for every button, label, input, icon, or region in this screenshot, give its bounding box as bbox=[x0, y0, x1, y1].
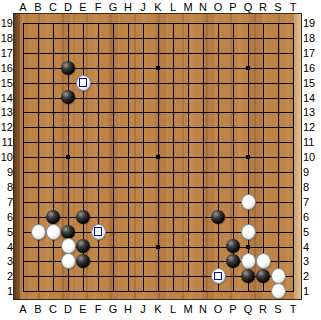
intersection-C4[interactable] bbox=[46, 239, 61, 254]
intersection-R10[interactable] bbox=[256, 150, 271, 165]
intersection-H4[interactable] bbox=[121, 239, 136, 254]
intersection-P5[interactable] bbox=[226, 224, 241, 239]
intersection-R5[interactable] bbox=[256, 224, 271, 239]
intersection-R16[interactable] bbox=[256, 60, 271, 75]
intersection-O3[interactable] bbox=[211, 254, 226, 269]
intersection-D10[interactable] bbox=[61, 150, 76, 165]
intersection-M16[interactable] bbox=[181, 60, 196, 75]
intersection-K18[interactable] bbox=[151, 30, 166, 45]
intersection-G18[interactable] bbox=[106, 30, 121, 45]
intersection-F17[interactable] bbox=[91, 45, 106, 60]
intersection-E6[interactable] bbox=[76, 209, 91, 224]
intersection-O6[interactable] bbox=[211, 209, 226, 224]
intersection-K6[interactable] bbox=[151, 209, 166, 224]
intersection-D11[interactable] bbox=[61, 135, 76, 150]
intersection-S7[interactable] bbox=[271, 194, 286, 209]
intersection-R17[interactable] bbox=[256, 45, 271, 60]
intersection-M18[interactable] bbox=[181, 30, 196, 45]
intersection-C9[interactable] bbox=[46, 165, 61, 180]
intersection-J5[interactable] bbox=[136, 224, 151, 239]
intersection-Q14[interactable] bbox=[241, 90, 256, 105]
intersection-Q16[interactable] bbox=[241, 60, 256, 75]
intersection-S10[interactable] bbox=[271, 150, 286, 165]
intersection-D4[interactable] bbox=[61, 239, 76, 254]
intersection-D1[interactable] bbox=[61, 284, 76, 299]
intersection-A16[interactable] bbox=[16, 60, 31, 75]
intersection-F18[interactable] bbox=[91, 30, 106, 45]
intersection-A2[interactable] bbox=[16, 269, 31, 284]
intersection-E19[interactable] bbox=[76, 16, 91, 31]
intersection-L7[interactable] bbox=[166, 194, 181, 209]
intersection-P8[interactable] bbox=[226, 179, 241, 194]
intersection-D9[interactable] bbox=[61, 165, 76, 180]
intersection-B12[interactable] bbox=[31, 120, 46, 135]
intersection-N3[interactable] bbox=[196, 254, 211, 269]
intersection-P14[interactable] bbox=[226, 90, 241, 105]
intersection-D15[interactable] bbox=[61, 75, 76, 90]
intersection-Q4[interactable] bbox=[241, 239, 256, 254]
intersection-S3[interactable] bbox=[271, 254, 286, 269]
intersection-F5[interactable] bbox=[91, 224, 106, 239]
intersection-L13[interactable] bbox=[166, 105, 181, 120]
intersection-N15[interactable] bbox=[196, 75, 211, 90]
intersection-A15[interactable] bbox=[16, 75, 31, 90]
intersection-T10[interactable] bbox=[286, 150, 301, 165]
intersection-J9[interactable] bbox=[136, 165, 151, 180]
intersection-E2[interactable] bbox=[76, 269, 91, 284]
intersection-F3[interactable] bbox=[91, 254, 106, 269]
intersection-S14[interactable] bbox=[271, 90, 286, 105]
intersection-R9[interactable] bbox=[256, 165, 271, 180]
intersection-R15[interactable] bbox=[256, 75, 271, 90]
intersection-B5[interactable] bbox=[31, 224, 46, 239]
intersection-R7[interactable] bbox=[256, 194, 271, 209]
intersection-J11[interactable] bbox=[136, 135, 151, 150]
intersection-T17[interactable] bbox=[286, 45, 301, 60]
intersection-O11[interactable] bbox=[211, 135, 226, 150]
intersection-N16[interactable] bbox=[196, 60, 211, 75]
intersection-J16[interactable] bbox=[136, 60, 151, 75]
intersection-S19[interactable] bbox=[271, 16, 286, 31]
intersection-J6[interactable] bbox=[136, 209, 151, 224]
intersection-R11[interactable] bbox=[256, 135, 271, 150]
intersection-N17[interactable] bbox=[196, 45, 211, 60]
intersection-D6[interactable] bbox=[61, 209, 76, 224]
intersection-C11[interactable] bbox=[46, 135, 61, 150]
intersection-P4[interactable] bbox=[226, 239, 241, 254]
intersection-S12[interactable] bbox=[271, 120, 286, 135]
intersection-J7[interactable] bbox=[136, 194, 151, 209]
intersection-K7[interactable] bbox=[151, 194, 166, 209]
intersection-M8[interactable] bbox=[181, 179, 196, 194]
intersection-C5[interactable] bbox=[46, 224, 61, 239]
intersection-C12[interactable] bbox=[46, 120, 61, 135]
intersection-G4[interactable] bbox=[106, 239, 121, 254]
intersection-S18[interactable] bbox=[271, 30, 286, 45]
intersection-B13[interactable] bbox=[31, 105, 46, 120]
intersection-M5[interactable] bbox=[181, 224, 196, 239]
intersection-D17[interactable] bbox=[61, 45, 76, 60]
intersection-H5[interactable] bbox=[121, 224, 136, 239]
intersection-P13[interactable] bbox=[226, 105, 241, 120]
intersection-S11[interactable] bbox=[271, 135, 286, 150]
intersection-B2[interactable] bbox=[31, 269, 46, 284]
intersection-E9[interactable] bbox=[76, 165, 91, 180]
intersection-L11[interactable] bbox=[166, 135, 181, 150]
intersection-E12[interactable] bbox=[76, 120, 91, 135]
intersection-T13[interactable] bbox=[286, 105, 301, 120]
intersection-G13[interactable] bbox=[106, 105, 121, 120]
intersection-N2[interactable] bbox=[196, 269, 211, 284]
intersection-L15[interactable] bbox=[166, 75, 181, 90]
intersection-D18[interactable] bbox=[61, 30, 76, 45]
intersection-Q17[interactable] bbox=[241, 45, 256, 60]
intersection-D2[interactable] bbox=[61, 269, 76, 284]
intersection-R3[interactable] bbox=[256, 254, 271, 269]
intersection-B19[interactable] bbox=[31, 16, 46, 31]
intersection-N19[interactable] bbox=[196, 16, 211, 31]
intersection-F14[interactable] bbox=[91, 90, 106, 105]
intersection-K14[interactable] bbox=[151, 90, 166, 105]
intersection-Q8[interactable] bbox=[241, 179, 256, 194]
intersection-K4[interactable] bbox=[151, 239, 166, 254]
intersection-R19[interactable] bbox=[256, 16, 271, 31]
intersection-R18[interactable] bbox=[256, 30, 271, 45]
intersection-O15[interactable] bbox=[211, 75, 226, 90]
intersection-J2[interactable] bbox=[136, 269, 151, 284]
intersection-M12[interactable] bbox=[181, 120, 196, 135]
intersection-G12[interactable] bbox=[106, 120, 121, 135]
intersection-M4[interactable] bbox=[181, 239, 196, 254]
intersection-O19[interactable] bbox=[211, 16, 226, 31]
intersection-C14[interactable] bbox=[46, 90, 61, 105]
intersection-O7[interactable] bbox=[211, 194, 226, 209]
intersection-L5[interactable] bbox=[166, 224, 181, 239]
intersection-L4[interactable] bbox=[166, 239, 181, 254]
intersection-H16[interactable] bbox=[121, 60, 136, 75]
intersection-E1[interactable] bbox=[76, 284, 91, 299]
intersection-J15[interactable] bbox=[136, 75, 151, 90]
intersection-K5[interactable] bbox=[151, 224, 166, 239]
intersection-O16[interactable] bbox=[211, 60, 226, 75]
intersection-L3[interactable] bbox=[166, 254, 181, 269]
intersection-L14[interactable] bbox=[166, 90, 181, 105]
intersection-H6[interactable] bbox=[121, 209, 136, 224]
intersection-T2[interactable] bbox=[286, 269, 301, 284]
intersection-S1[interactable] bbox=[271, 284, 286, 299]
intersection-L2[interactable] bbox=[166, 269, 181, 284]
intersection-N14[interactable] bbox=[196, 90, 211, 105]
intersection-S13[interactable] bbox=[271, 105, 286, 120]
intersection-M13[interactable] bbox=[181, 105, 196, 120]
intersection-Q18[interactable] bbox=[241, 30, 256, 45]
intersection-B18[interactable] bbox=[31, 30, 46, 45]
intersection-C15[interactable] bbox=[46, 75, 61, 90]
intersection-P6[interactable] bbox=[226, 209, 241, 224]
intersection-A3[interactable] bbox=[16, 254, 31, 269]
intersection-H19[interactable] bbox=[121, 16, 136, 31]
intersection-G10[interactable] bbox=[106, 150, 121, 165]
intersection-O18[interactable] bbox=[211, 30, 226, 45]
intersection-M9[interactable] bbox=[181, 165, 196, 180]
intersection-R4[interactable] bbox=[256, 239, 271, 254]
intersection-O13[interactable] bbox=[211, 105, 226, 120]
intersection-J18[interactable] bbox=[136, 30, 151, 45]
intersection-C16[interactable] bbox=[46, 60, 61, 75]
intersection-E11[interactable] bbox=[76, 135, 91, 150]
intersection-T1[interactable] bbox=[286, 284, 301, 299]
intersection-B8[interactable] bbox=[31, 179, 46, 194]
intersection-J4[interactable] bbox=[136, 239, 151, 254]
intersection-N12[interactable] bbox=[196, 120, 211, 135]
intersection-H9[interactable] bbox=[121, 165, 136, 180]
intersection-N18[interactable] bbox=[196, 30, 211, 45]
intersection-N11[interactable] bbox=[196, 135, 211, 150]
intersection-M10[interactable] bbox=[181, 150, 196, 165]
intersection-K8[interactable] bbox=[151, 179, 166, 194]
intersection-H15[interactable] bbox=[121, 75, 136, 90]
intersection-J12[interactable] bbox=[136, 120, 151, 135]
intersection-S2[interactable] bbox=[271, 269, 286, 284]
intersection-H1[interactable] bbox=[121, 284, 136, 299]
intersection-J13[interactable] bbox=[136, 105, 151, 120]
intersection-S4[interactable] bbox=[271, 239, 286, 254]
intersection-B9[interactable] bbox=[31, 165, 46, 180]
intersection-R2[interactable] bbox=[256, 269, 271, 284]
intersection-A17[interactable] bbox=[16, 45, 31, 60]
intersection-Q1[interactable] bbox=[241, 284, 256, 299]
intersection-S15[interactable] bbox=[271, 75, 286, 90]
intersection-K3[interactable] bbox=[151, 254, 166, 269]
intersection-D14[interactable] bbox=[61, 90, 76, 105]
intersection-M11[interactable] bbox=[181, 135, 196, 150]
intersection-B6[interactable] bbox=[31, 209, 46, 224]
intersection-G15[interactable] bbox=[106, 75, 121, 90]
intersection-Q5[interactable] bbox=[241, 224, 256, 239]
intersection-L6[interactable] bbox=[166, 209, 181, 224]
intersection-J19[interactable] bbox=[136, 16, 151, 31]
intersection-H14[interactable] bbox=[121, 90, 136, 105]
intersection-N8[interactable] bbox=[196, 179, 211, 194]
intersection-F16[interactable] bbox=[91, 60, 106, 75]
intersection-D5[interactable] bbox=[61, 224, 76, 239]
intersection-O14[interactable] bbox=[211, 90, 226, 105]
intersection-H13[interactable] bbox=[121, 105, 136, 120]
intersection-A10[interactable] bbox=[16, 150, 31, 165]
intersection-G8[interactable] bbox=[106, 179, 121, 194]
intersection-H11[interactable] bbox=[121, 135, 136, 150]
intersection-Q11[interactable] bbox=[241, 135, 256, 150]
intersection-A5[interactable] bbox=[16, 224, 31, 239]
intersection-E7[interactable] bbox=[76, 194, 91, 209]
intersection-H2[interactable] bbox=[121, 269, 136, 284]
intersection-N9[interactable] bbox=[196, 165, 211, 180]
intersection-G1[interactable] bbox=[106, 284, 121, 299]
intersection-P9[interactable] bbox=[226, 165, 241, 180]
intersection-O2[interactable] bbox=[211, 269, 226, 284]
intersection-D12[interactable] bbox=[61, 120, 76, 135]
intersection-F15[interactable] bbox=[91, 75, 106, 90]
intersection-P12[interactable] bbox=[226, 120, 241, 135]
intersection-M7[interactable] bbox=[181, 194, 196, 209]
intersection-A1[interactable] bbox=[16, 284, 31, 299]
intersection-N1[interactable] bbox=[196, 284, 211, 299]
intersection-B17[interactable] bbox=[31, 45, 46, 60]
intersection-H12[interactable] bbox=[121, 120, 136, 135]
intersection-G2[interactable] bbox=[106, 269, 121, 284]
intersection-E16[interactable] bbox=[76, 60, 91, 75]
intersection-K16[interactable] bbox=[151, 60, 166, 75]
intersection-L8[interactable] bbox=[166, 179, 181, 194]
intersection-T8[interactable] bbox=[286, 179, 301, 194]
intersection-M19[interactable] bbox=[181, 16, 196, 31]
intersection-A11[interactable] bbox=[16, 135, 31, 150]
intersection-Q13[interactable] bbox=[241, 105, 256, 120]
intersection-A13[interactable] bbox=[16, 105, 31, 120]
intersection-L19[interactable] bbox=[166, 16, 181, 31]
intersection-M2[interactable] bbox=[181, 269, 196, 284]
intersection-P10[interactable] bbox=[226, 150, 241, 165]
intersection-G11[interactable] bbox=[106, 135, 121, 150]
intersection-O12[interactable] bbox=[211, 120, 226, 135]
intersection-F8[interactable] bbox=[91, 179, 106, 194]
intersection-K11[interactable] bbox=[151, 135, 166, 150]
intersection-G6[interactable] bbox=[106, 209, 121, 224]
intersection-A12[interactable] bbox=[16, 120, 31, 135]
intersection-L9[interactable] bbox=[166, 165, 181, 180]
intersection-J10[interactable] bbox=[136, 150, 151, 165]
intersection-E17[interactable] bbox=[76, 45, 91, 60]
intersection-A19[interactable] bbox=[16, 16, 31, 31]
intersection-K15[interactable] bbox=[151, 75, 166, 90]
intersection-F11[interactable] bbox=[91, 135, 106, 150]
intersection-T9[interactable] bbox=[286, 165, 301, 180]
intersection-Q6[interactable] bbox=[241, 209, 256, 224]
intersection-L16[interactable] bbox=[166, 60, 181, 75]
intersection-A6[interactable] bbox=[16, 209, 31, 224]
intersection-E5[interactable] bbox=[76, 224, 91, 239]
intersection-O1[interactable] bbox=[211, 284, 226, 299]
intersection-D8[interactable] bbox=[61, 179, 76, 194]
intersection-P18[interactable] bbox=[226, 30, 241, 45]
intersection-C6[interactable] bbox=[46, 209, 61, 224]
intersection-M3[interactable] bbox=[181, 254, 196, 269]
intersection-Q3[interactable] bbox=[241, 254, 256, 269]
intersection-T7[interactable] bbox=[286, 194, 301, 209]
intersection-R6[interactable] bbox=[256, 209, 271, 224]
intersection-K10[interactable] bbox=[151, 150, 166, 165]
intersection-L18[interactable] bbox=[166, 30, 181, 45]
intersection-M14[interactable] bbox=[181, 90, 196, 105]
intersection-C18[interactable] bbox=[46, 30, 61, 45]
intersection-L17[interactable] bbox=[166, 45, 181, 60]
intersection-C19[interactable] bbox=[46, 16, 61, 31]
intersection-S6[interactable] bbox=[271, 209, 286, 224]
intersection-H3[interactable] bbox=[121, 254, 136, 269]
intersection-Q19[interactable] bbox=[241, 16, 256, 31]
intersection-H7[interactable] bbox=[121, 194, 136, 209]
intersection-S8[interactable] bbox=[271, 179, 286, 194]
intersection-P1[interactable] bbox=[226, 284, 241, 299]
intersection-B15[interactable] bbox=[31, 75, 46, 90]
intersection-T16[interactable] bbox=[286, 60, 301, 75]
intersection-M17[interactable] bbox=[181, 45, 196, 60]
intersection-G3[interactable] bbox=[106, 254, 121, 269]
intersection-A18[interactable] bbox=[16, 30, 31, 45]
intersection-F4[interactable] bbox=[91, 239, 106, 254]
intersection-T19[interactable] bbox=[286, 16, 301, 31]
intersection-L1[interactable] bbox=[166, 284, 181, 299]
intersection-A7[interactable] bbox=[16, 194, 31, 209]
intersection-J1[interactable] bbox=[136, 284, 151, 299]
intersection-Q15[interactable] bbox=[241, 75, 256, 90]
intersection-P11[interactable] bbox=[226, 135, 241, 150]
intersection-Q12[interactable] bbox=[241, 120, 256, 135]
intersection-K1[interactable] bbox=[151, 284, 166, 299]
intersection-O5[interactable] bbox=[211, 224, 226, 239]
intersection-P2[interactable] bbox=[226, 269, 241, 284]
intersection-P15[interactable] bbox=[226, 75, 241, 90]
intersection-G17[interactable] bbox=[106, 45, 121, 60]
intersection-G19[interactable] bbox=[106, 16, 121, 31]
intersection-C8[interactable] bbox=[46, 179, 61, 194]
intersection-T18[interactable] bbox=[286, 30, 301, 45]
intersection-N4[interactable] bbox=[196, 239, 211, 254]
intersection-S5[interactable] bbox=[271, 224, 286, 239]
intersection-N5[interactable] bbox=[196, 224, 211, 239]
intersection-K9[interactable] bbox=[151, 165, 166, 180]
intersection-N7[interactable] bbox=[196, 194, 211, 209]
intersection-K13[interactable] bbox=[151, 105, 166, 120]
intersection-B1[interactable] bbox=[31, 284, 46, 299]
intersection-E13[interactable] bbox=[76, 105, 91, 120]
intersection-N6[interactable] bbox=[196, 209, 211, 224]
intersection-C2[interactable] bbox=[46, 269, 61, 284]
intersection-T12[interactable] bbox=[286, 120, 301, 135]
intersection-F6[interactable] bbox=[91, 209, 106, 224]
intersection-F2[interactable] bbox=[91, 269, 106, 284]
intersection-A8[interactable] bbox=[16, 179, 31, 194]
intersection-T4[interactable] bbox=[286, 239, 301, 254]
intersection-S9[interactable] bbox=[271, 165, 286, 180]
intersection-A4[interactable] bbox=[16, 239, 31, 254]
intersection-P7[interactable] bbox=[226, 194, 241, 209]
intersection-C3[interactable] bbox=[46, 254, 61, 269]
intersection-F12[interactable] bbox=[91, 120, 106, 135]
intersection-F9[interactable] bbox=[91, 165, 106, 180]
intersection-P3[interactable] bbox=[226, 254, 241, 269]
intersection-T11[interactable] bbox=[286, 135, 301, 150]
intersection-G14[interactable] bbox=[106, 90, 121, 105]
intersection-S17[interactable] bbox=[271, 45, 286, 60]
intersection-D13[interactable] bbox=[61, 105, 76, 120]
intersection-E8[interactable] bbox=[76, 179, 91, 194]
intersection-S16[interactable] bbox=[271, 60, 286, 75]
intersection-M1[interactable] bbox=[181, 284, 196, 299]
intersection-N10[interactable] bbox=[196, 150, 211, 165]
intersection-C13[interactable] bbox=[46, 105, 61, 120]
intersection-J17[interactable] bbox=[136, 45, 151, 60]
intersection-J3[interactable] bbox=[136, 254, 151, 269]
intersection-C1[interactable] bbox=[46, 284, 61, 299]
intersection-T5[interactable] bbox=[286, 224, 301, 239]
intersection-F19[interactable] bbox=[91, 16, 106, 31]
intersection-B3[interactable] bbox=[31, 254, 46, 269]
intersection-F13[interactable] bbox=[91, 105, 106, 120]
intersection-M6[interactable] bbox=[181, 209, 196, 224]
intersection-R12[interactable] bbox=[256, 120, 271, 135]
intersection-B11[interactable] bbox=[31, 135, 46, 150]
